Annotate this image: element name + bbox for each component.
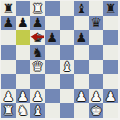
square-f4[interactable]: [74, 60, 89, 75]
piece-white-pawn-b2[interactable]: ♟: [17, 89, 29, 102]
chess-board-frame: ♜♜♝♜♟♟♟♛♚♟♟♞♛♝♟♟♟♟♟♟♜♞♝♚: [0, 0, 120, 120]
square-d6[interactable]: ♟: [45, 30, 60, 45]
square-c7[interactable]: ♟: [30, 16, 45, 31]
square-g5[interactable]: [89, 45, 104, 60]
square-a3[interactable]: [1, 74, 16, 89]
square-e4[interactable]: ♝: [60, 60, 75, 75]
square-c4[interactable]: ♛: [30, 60, 45, 75]
square-c1[interactable]: ♝: [30, 103, 45, 118]
square-g2[interactable]: ♟: [89, 89, 104, 104]
square-c2[interactable]: ♟: [30, 89, 45, 104]
piece-black-pawn-c7[interactable]: ♟: [32, 16, 44, 29]
square-b4[interactable]: [16, 60, 31, 75]
square-g6[interactable]: [89, 30, 104, 45]
chess-board: ♜♜♝♜♟♟♟♛♚♟♟♞♛♝♟♟♟♟♟♟♜♞♝♚: [1, 1, 118, 118]
piece-white-rook-a1[interactable]: ♜: [2, 104, 14, 117]
square-e6[interactable]: [60, 30, 75, 45]
square-g8[interactable]: [89, 1, 104, 16]
square-e8[interactable]: [60, 1, 75, 16]
piece-white-pawn-f2[interactable]: ♟: [76, 89, 88, 102]
square-a1[interactable]: ♜: [1, 103, 16, 118]
square-g1[interactable]: ♚: [89, 103, 104, 118]
piece-black-pawn-a7[interactable]: ♟: [2, 16, 14, 29]
square-c8[interactable]: ♜: [30, 1, 45, 16]
square-b2[interactable]: ♟: [16, 89, 31, 104]
square-h5[interactable]: [103, 45, 118, 60]
square-a7[interactable]: ♟: [1, 16, 16, 31]
square-f6[interactable]: ♟: [74, 30, 89, 45]
square-c5[interactable]: ♞: [30, 45, 45, 60]
piece-black-pawn-f6[interactable]: ♟: [76, 31, 88, 44]
square-d2[interactable]: [45, 89, 60, 104]
piece-white-queen-c4[interactable]: ♛: [32, 60, 44, 73]
square-d8[interactable]: [45, 1, 60, 16]
square-h6[interactable]: [103, 30, 118, 45]
piece-white-pawn-c2[interactable]: ♟: [32, 89, 44, 102]
square-f5[interactable]: [74, 45, 89, 60]
square-e2[interactable]: [60, 89, 75, 104]
square-e7[interactable]: [60, 16, 75, 31]
square-e3[interactable]: [60, 74, 75, 89]
piece-black-bishop-f8[interactable]: ♝: [76, 1, 88, 14]
square-a8[interactable]: ♜: [1, 1, 16, 16]
square-a5[interactable]: [1, 45, 16, 60]
square-b3[interactable]: [16, 74, 31, 89]
piece-white-pawn-g2[interactable]: ♟: [90, 89, 102, 102]
square-g3[interactable]: [89, 74, 104, 89]
piece-black-queen-g7[interactable]: ♛: [90, 16, 102, 29]
square-f3[interactable]: [74, 74, 89, 89]
square-g4[interactable]: [89, 60, 104, 75]
square-h1[interactable]: [103, 103, 118, 118]
square-b1[interactable]: ♞: [16, 103, 31, 118]
square-b7[interactable]: ♟: [16, 16, 31, 31]
square-c3[interactable]: [30, 74, 45, 89]
square-f7[interactable]: [74, 16, 89, 31]
square-b5[interactable]: [16, 45, 31, 60]
square-a4[interactable]: [1, 60, 16, 75]
piece-white-bishop-c1[interactable]: ♝: [32, 104, 44, 117]
square-h7[interactable]: [103, 16, 118, 31]
square-h8[interactable]: ♜: [103, 1, 118, 16]
square-a2[interactable]: ♟: [1, 89, 16, 104]
square-f1[interactable]: [74, 103, 89, 118]
square-d5[interactable]: [45, 45, 60, 60]
square-d1[interactable]: [45, 103, 60, 118]
square-b8[interactable]: [16, 1, 31, 16]
piece-white-rook-c8[interactable]: ♜: [32, 1, 44, 14]
square-c6[interactable]: ♚: [30, 30, 45, 45]
square-e1[interactable]: [60, 103, 75, 118]
piece-black-king-c6[interactable]: ♚: [32, 31, 44, 44]
square-d4[interactable]: [45, 60, 60, 75]
piece-black-pawn-d6[interactable]: ♟: [46, 31, 58, 44]
piece-black-rook-h8[interactable]: ♜: [105, 1, 117, 14]
square-d7[interactable]: [45, 16, 60, 31]
piece-white-bishop-e4[interactable]: ♝: [61, 60, 73, 73]
square-d3[interactable]: [45, 74, 60, 89]
square-h4[interactable]: [103, 60, 118, 75]
square-e5[interactable]: [60, 45, 75, 60]
piece-black-pawn-b7[interactable]: ♟: [17, 16, 29, 29]
square-f8[interactable]: ♝: [74, 1, 89, 16]
square-h2[interactable]: ♟: [103, 89, 118, 104]
square-f2[interactable]: ♟: [74, 89, 89, 104]
piece-white-king-g1[interactable]: ♚: [90, 104, 102, 117]
piece-black-knight-c5[interactable]: ♞: [32, 45, 44, 58]
piece-black-rook-a8[interactable]: ♜: [2, 1, 14, 14]
square-h3[interactable]: [103, 74, 118, 89]
square-a6[interactable]: [1, 30, 16, 45]
square-b6[interactable]: [16, 30, 31, 45]
piece-white-pawn-a2[interactable]: ♟: [2, 89, 14, 102]
square-g7[interactable]: ♛: [89, 16, 104, 31]
piece-white-knight-b1[interactable]: ♞: [17, 104, 29, 117]
piece-white-pawn-h2[interactable]: ♟: [105, 89, 117, 102]
